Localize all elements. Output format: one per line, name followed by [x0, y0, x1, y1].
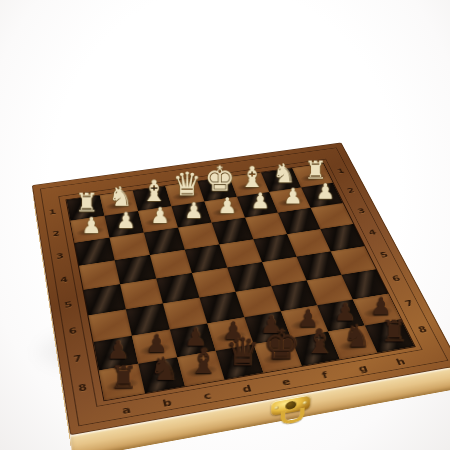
- square-c8: ♝: [177, 351, 224, 387]
- clasp-loop: [280, 408, 304, 425]
- rank-label-left-4: 4: [59, 275, 68, 285]
- rank-label-right-2: 2: [345, 186, 355, 194]
- board-grid: ♜♞♝♛♚♝♞♜♟♟♟♟♟♟♟♟♟♟♟♟♟♟♟♟♜♞♝♛♚♝♞♜: [65, 163, 415, 401]
- piece-white-knight: ♞: [108, 183, 132, 210]
- rank-label-right-8: 8: [416, 324, 429, 335]
- file-label-g: g: [356, 362, 369, 374]
- piece-white-pawn: ♟: [316, 181, 335, 202]
- piece-white-pawn: ♟: [116, 210, 136, 232]
- rank-label-right-5: 5: [378, 250, 389, 259]
- piece-black-king: ♚: [263, 324, 300, 365]
- rank-label-left-2: 2: [52, 229, 61, 238]
- piece-white-bishop: ♝: [141, 177, 167, 206]
- file-label-b: b: [161, 396, 173, 409]
- file-label-d: d: [241, 382, 253, 394]
- rank-label-right-7: 7: [403, 298, 415, 308]
- piece-white-pawn: ♟: [251, 190, 270, 212]
- rank-label-left-3: 3: [55, 251, 64, 260]
- rank-label-right-4: 4: [367, 228, 378, 237]
- piece-white-pawn: ♟: [150, 205, 170, 227]
- piece-white-rook: ♜: [75, 190, 98, 216]
- piece-black-knight: ♞: [149, 353, 178, 386]
- rank-label-left-1: 1: [48, 208, 57, 217]
- file-label-e: e: [280, 376, 292, 388]
- rank-label-right-1: 1: [336, 167, 346, 175]
- piece-black-knight: ♞: [343, 321, 371, 353]
- piece-white-queen: ♛: [172, 168, 201, 201]
- square-b8: ♞: [138, 357, 185, 393]
- piece-black-queen: ♛: [225, 333, 260, 372]
- rank-label-left-5: 5: [63, 299, 73, 309]
- piece-black-rook: ♜: [110, 362, 137, 393]
- rank-label-left-8: 8: [77, 381, 87, 393]
- brass-clasp-icon: [271, 395, 311, 421]
- file-label-h: h: [394, 356, 407, 368]
- piece-black-bishop: ♝: [188, 344, 219, 379]
- square-f4: [253, 234, 296, 262]
- perspective-wrapper: ♜♞♝♛♚♝♞♜♟♟♟♟♟♟♟♟♟♟♟♟♟♟♟♟♜♞♝♛♚♝♞♜ 1122334…: [0, 0, 450, 450]
- piece-white-pawn: ♟: [184, 200, 204, 222]
- piece-white-pawn: ♟: [218, 195, 238, 217]
- piece-white-pawn: ♟: [81, 215, 101, 237]
- square-e8: ♚: [254, 338, 302, 373]
- square-h5: [331, 246, 376, 275]
- file-label-c: c: [202, 389, 212, 401]
- piece-black-bishop: ♝: [304, 325, 334, 359]
- rank-label-right-6: 6: [390, 273, 402, 283]
- folding-chess-board: ♜♞♝♛♚♝♞♜♟♟♟♟♟♟♟♟♟♟♟♟♟♟♟♟♜♞♝♛♚♝♞♜ 1122334…: [32, 143, 450, 436]
- rank-label-left-7: 7: [72, 353, 82, 365]
- file-label-a: a: [121, 403, 132, 416]
- file-label-f: f: [320, 369, 329, 380]
- piece-white-pawn: ♟: [283, 186, 302, 208]
- square-g8: ♞: [328, 325, 377, 359]
- piece-black-rook: ♜: [381, 316, 407, 345]
- square-a3: [75, 238, 115, 266]
- piece-white-king: ♚: [204, 162, 235, 196]
- square-a8: ♜: [99, 364, 145, 401]
- chess-set-product-photo: ♜♞♝♛♚♝♞♜♟♟♟♟♟♟♟♟♟♟♟♟♟♟♟♟♜♞♝♛♚♝♞♜ 1122334…: [0, 0, 450, 450]
- square-d8: ♛: [216, 344, 264, 379]
- rank-label-left-6: 6: [68, 325, 78, 336]
- piece-white-bishop: ♝: [239, 163, 265, 192]
- rank-label-right-3: 3: [356, 207, 367, 216]
